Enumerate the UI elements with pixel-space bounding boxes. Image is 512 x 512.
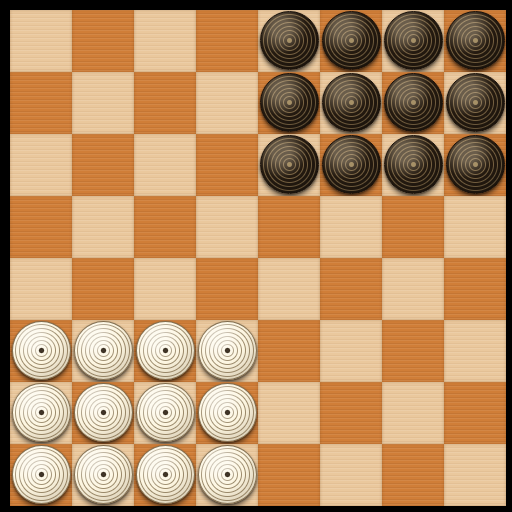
- dark-piece-f6[interactable]: [322, 135, 381, 194]
- light-piece-a3[interactable]: [12, 321, 71, 380]
- square-h2[interactable]: [444, 382, 506, 444]
- square-h6[interactable]: [444, 134, 506, 196]
- square-g1[interactable]: [382, 444, 444, 506]
- dark-piece-h6[interactable]: [446, 135, 505, 194]
- square-e3[interactable]: [258, 320, 320, 382]
- square-a7[interactable]: [10, 72, 72, 134]
- square-f5[interactable]: [320, 196, 382, 258]
- light-piece-d1[interactable]: [198, 445, 257, 504]
- square-f8[interactable]: [320, 10, 382, 72]
- square-a6[interactable]: [10, 134, 72, 196]
- square-g2[interactable]: [382, 382, 444, 444]
- square-c4[interactable]: [134, 258, 196, 320]
- square-b3[interactable]: [72, 320, 134, 382]
- square-h5[interactable]: [444, 196, 506, 258]
- square-a5[interactable]: [10, 196, 72, 258]
- square-g8[interactable]: [382, 10, 444, 72]
- square-f2[interactable]: [320, 382, 382, 444]
- square-h3[interactable]: [444, 320, 506, 382]
- square-b7[interactable]: [72, 72, 134, 134]
- square-e1[interactable]: [258, 444, 320, 506]
- dark-piece-f7[interactable]: [322, 73, 381, 132]
- square-d2[interactable]: [196, 382, 258, 444]
- light-piece-a2[interactable]: [12, 383, 71, 442]
- square-d5[interactable]: [196, 196, 258, 258]
- light-piece-b2[interactable]: [74, 383, 133, 442]
- square-b8[interactable]: [72, 10, 134, 72]
- square-d8[interactable]: [196, 10, 258, 72]
- light-piece-c1[interactable]: [136, 445, 195, 504]
- square-d3[interactable]: [196, 320, 258, 382]
- dark-piece-h7[interactable]: [446, 73, 505, 132]
- square-e2[interactable]: [258, 382, 320, 444]
- square-f7[interactable]: [320, 72, 382, 134]
- square-g3[interactable]: [382, 320, 444, 382]
- square-c7[interactable]: [134, 72, 196, 134]
- square-c5[interactable]: [134, 196, 196, 258]
- square-d6[interactable]: [196, 134, 258, 196]
- square-g4[interactable]: [382, 258, 444, 320]
- square-h1[interactable]: [444, 444, 506, 506]
- dark-piece-g8[interactable]: [384, 11, 443, 70]
- dark-piece-h8[interactable]: [446, 11, 505, 70]
- square-d7[interactable]: [196, 72, 258, 134]
- square-a2[interactable]: [10, 382, 72, 444]
- square-a4[interactable]: [10, 258, 72, 320]
- light-piece-b1[interactable]: [74, 445, 133, 504]
- square-d4[interactable]: [196, 258, 258, 320]
- square-f6[interactable]: [320, 134, 382, 196]
- square-e5[interactable]: [258, 196, 320, 258]
- square-e4[interactable]: [258, 258, 320, 320]
- square-h4[interactable]: [444, 258, 506, 320]
- square-b4[interactable]: [72, 258, 134, 320]
- dark-piece-e8[interactable]: [260, 11, 319, 70]
- square-c6[interactable]: [134, 134, 196, 196]
- light-piece-c2[interactable]: [136, 383, 195, 442]
- dark-piece-f8[interactable]: [322, 11, 381, 70]
- square-c1[interactable]: [134, 444, 196, 506]
- square-f3[interactable]: [320, 320, 382, 382]
- square-b2[interactable]: [72, 382, 134, 444]
- light-piece-d2[interactable]: [198, 383, 257, 442]
- square-g7[interactable]: [382, 72, 444, 134]
- square-a3[interactable]: [10, 320, 72, 382]
- square-a8[interactable]: [10, 10, 72, 72]
- square-e8[interactable]: [258, 10, 320, 72]
- square-f1[interactable]: [320, 444, 382, 506]
- square-c2[interactable]: [134, 382, 196, 444]
- dark-piece-g7[interactable]: [384, 73, 443, 132]
- square-c8[interactable]: [134, 10, 196, 72]
- square-e6[interactable]: [258, 134, 320, 196]
- light-piece-a1[interactable]: [12, 445, 71, 504]
- light-piece-d3[interactable]: [198, 321, 257, 380]
- game-window: [0, 0, 512, 512]
- square-e7[interactable]: [258, 72, 320, 134]
- square-b5[interactable]: [72, 196, 134, 258]
- square-h7[interactable]: [444, 72, 506, 134]
- dark-piece-e6[interactable]: [260, 135, 319, 194]
- dark-piece-e7[interactable]: [260, 73, 319, 132]
- light-piece-b3[interactable]: [74, 321, 133, 380]
- square-c3[interactable]: [134, 320, 196, 382]
- checkers-board: [10, 10, 506, 506]
- dark-piece-g6[interactable]: [384, 135, 443, 194]
- square-f4[interactable]: [320, 258, 382, 320]
- square-b1[interactable]: [72, 444, 134, 506]
- square-b6[interactable]: [72, 134, 134, 196]
- square-h8[interactable]: [444, 10, 506, 72]
- square-g6[interactable]: [382, 134, 444, 196]
- light-piece-c3[interactable]: [136, 321, 195, 380]
- square-g5[interactable]: [382, 196, 444, 258]
- square-d1[interactable]: [196, 444, 258, 506]
- square-a1[interactable]: [10, 444, 72, 506]
